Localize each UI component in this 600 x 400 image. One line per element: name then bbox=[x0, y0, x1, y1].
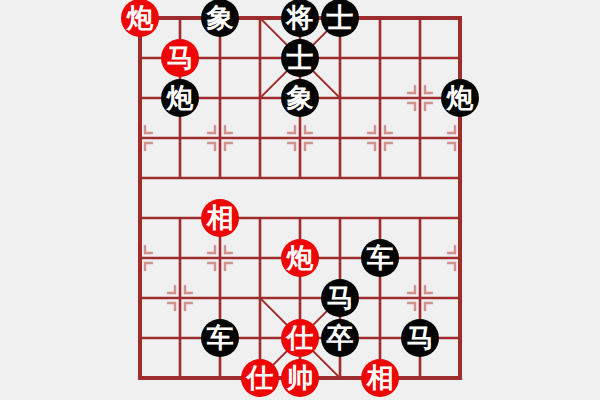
piece-black-cannon-1[interactable]: 炮 bbox=[161, 79, 199, 117]
piece-black-general[interactable]: 将 bbox=[281, 0, 319, 37]
piece-black-advisor-2[interactable]: 士 bbox=[281, 39, 319, 77]
piece-red-elephant-2[interactable]: 相 bbox=[361, 359, 399, 397]
piece-red-general[interactable]: 帅 bbox=[281, 359, 319, 397]
piece-black-elephant-2[interactable]: 象 bbox=[281, 79, 319, 117]
piece-black-horse-2[interactable]: 马 bbox=[401, 319, 439, 357]
pieces-layer: 炮马相炮仕仕帅相象将士士炮象炮车马车卒马 bbox=[120, 0, 480, 398]
piece-red-elephant-1[interactable]: 相 bbox=[201, 199, 239, 237]
xiangqi-board: 炮马相炮仕仕帅相象将士士炮象炮车马车卒马 bbox=[0, 0, 600, 400]
piece-black-elephant-1[interactable]: 象 bbox=[201, 0, 239, 37]
piece-red-cannon-2[interactable]: 炮 bbox=[281, 239, 319, 277]
piece-red-advisor-2[interactable]: 仕 bbox=[241, 359, 279, 397]
piece-black-advisor-1[interactable]: 士 bbox=[321, 0, 359, 37]
piece-black-soldier[interactable]: 卒 bbox=[321, 319, 359, 357]
piece-black-chariot-1[interactable]: 车 bbox=[361, 239, 399, 277]
piece-red-horse[interactable]: 马 bbox=[161, 39, 199, 77]
piece-red-advisor-1[interactable]: 仕 bbox=[281, 319, 319, 357]
piece-black-chariot-2[interactable]: 车 bbox=[201, 319, 239, 357]
piece-black-horse-1[interactable]: 马 bbox=[321, 279, 359, 317]
piece-red-cannon-1[interactable]: 炮 bbox=[121, 0, 159, 37]
piece-black-cannon-2[interactable]: 炮 bbox=[441, 79, 479, 117]
